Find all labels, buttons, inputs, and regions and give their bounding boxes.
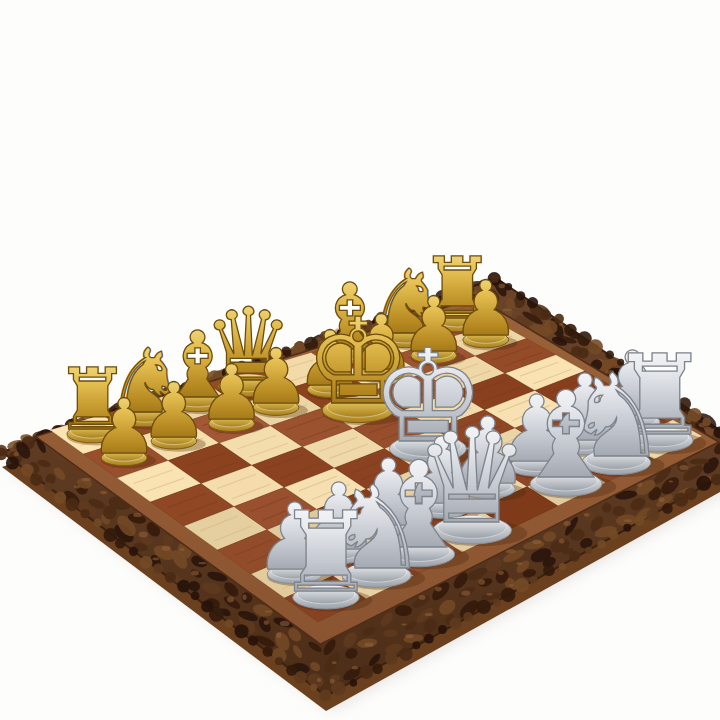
chessboard-scene: ♜♞♟♝♟♟♛♟♝♟♚♞♟♟♜♜♟♟♚♟♞♟♝♟♟♛♟♝♟♟♞♜	[0, 0, 720, 720]
photo-stage: Roman legion themed metal chess set (gol…	[0, 0, 720, 720]
piece-gold-pawn-a7: ♟	[90, 382, 158, 471]
gold-pawn-glyph: ♟	[90, 382, 158, 471]
piece-silver-rook-a1: ♜	[276, 488, 376, 617]
silver-rook-glyph: ♜	[276, 488, 376, 617]
